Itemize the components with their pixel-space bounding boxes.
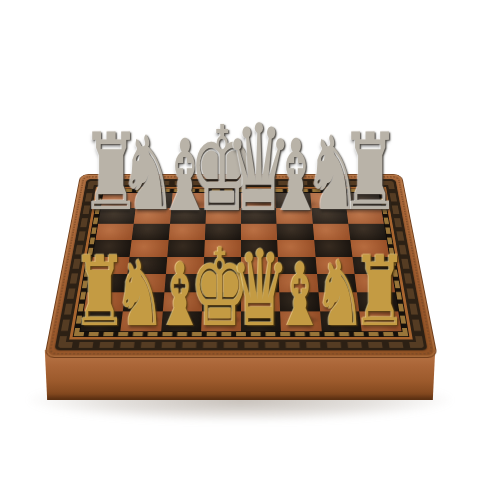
- pieces-layer: ♜♞♝♚♛♝♞♜♜♞♝♚♛♝♞♜: [0, 0, 480, 480]
- piece-silver-rook-h8[interactable]: ♜: [340, 120, 400, 226]
- piece-brass-rook-h1[interactable]: ♜: [353, 243, 408, 340]
- product-photo-scene: ♜♞♝♚♛♝♞♜♜♞♝♚♛♝♞♜: [0, 0, 480, 480]
